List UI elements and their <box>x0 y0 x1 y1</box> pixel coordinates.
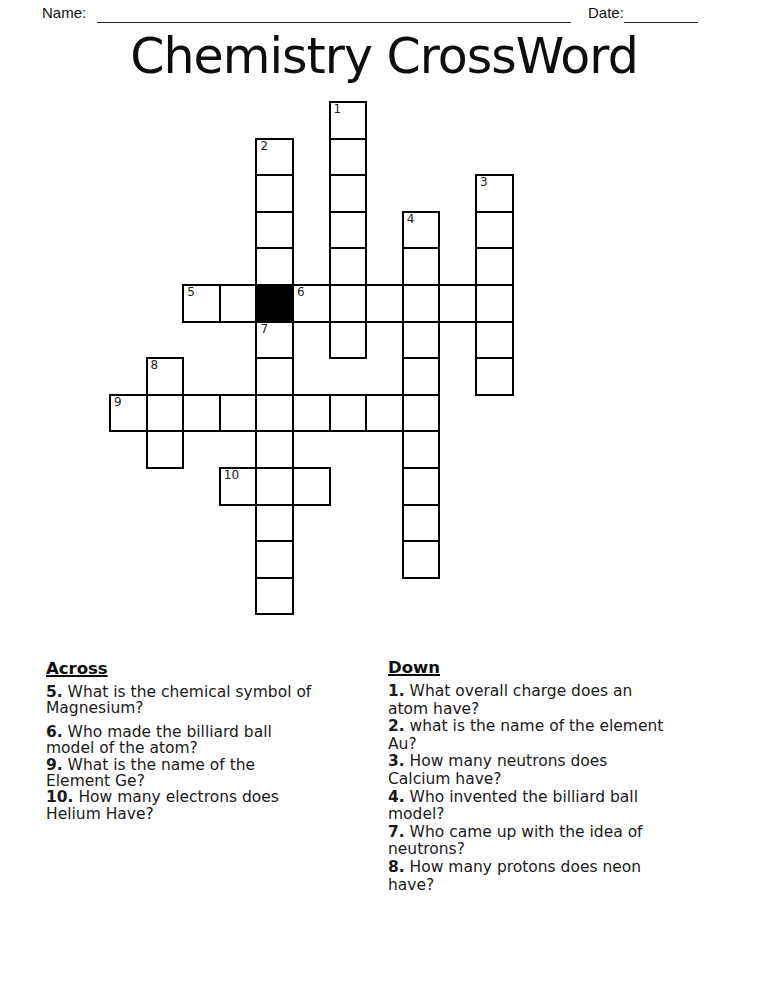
clue-text: How many neutrons does Calcium have? <box>388 752 607 788</box>
across-clues-section: Across 5. What is the chemical symbol of… <box>46 659 386 822</box>
clue-number: 2. <box>388 717 405 735</box>
grid-cell[interactable] <box>329 321 368 360</box>
clue-number: 1. <box>388 682 405 700</box>
clue-number-label: 2 <box>260 140 268 153</box>
grid-cell[interactable] <box>255 504 294 543</box>
grid-cell[interactable] <box>292 394 331 433</box>
grid-cell[interactable]: 8 <box>146 357 185 396</box>
grid-cell[interactable] <box>255 357 294 396</box>
grid-cell[interactable] <box>402 394 441 433</box>
grid-cell[interactable] <box>146 394 185 433</box>
clue-text: what is the name of the element Au? <box>388 717 663 753</box>
clue-number-label: 10 <box>224 469 239 482</box>
down-clue: 7. Who came up with the idea of neutrons… <box>388 824 728 859</box>
down-clue: 1. What overall charge does an atom have… <box>388 683 728 718</box>
grid-cell[interactable]: 6 <box>292 284 331 323</box>
clue-number: 9. <box>46 756 63 774</box>
clue-number: 8. <box>388 858 405 876</box>
grid-cell[interactable] <box>402 247 441 286</box>
grid-cell[interactable] <box>475 211 514 250</box>
grid-cell[interactable] <box>402 540 441 579</box>
down-heading: Down <box>388 658 728 677</box>
black-cell <box>255 284 294 323</box>
across-heading: Across <box>46 659 386 678</box>
grid-cell[interactable]: 4 <box>402 211 441 250</box>
grid-cell[interactable] <box>255 211 294 250</box>
across-clue: 10. How many electrons does Helium Have? <box>46 789 386 822</box>
page-title: Chemistry CrossWord <box>0 28 768 86</box>
grid-cell[interactable] <box>255 430 294 469</box>
down-clue: 8. How many protons does neon have? <box>388 859 728 894</box>
down-clue: 2. what is the name of the element Au? <box>388 718 728 753</box>
grid-cell[interactable] <box>146 430 185 469</box>
grid-cell[interactable] <box>475 247 514 286</box>
grid-cell[interactable]: 5 <box>182 284 221 323</box>
clue-text: Who made the billiard ball model of the … <box>46 723 272 757</box>
grid-cell[interactable] <box>475 357 514 396</box>
clue-text: Who invented the billiard ball model? <box>388 788 638 824</box>
clue-number-label: 3 <box>480 176 488 189</box>
worksheet-page: Name: Date: Chemistry CrossWord 12345678… <box>0 0 768 994</box>
grid-cell[interactable] <box>219 394 258 433</box>
grid-cell[interactable]: 2 <box>255 138 294 177</box>
grid-cell[interactable]: 9 <box>109 394 148 433</box>
clue-text: What is the name of the Element Ge? <box>46 756 255 790</box>
name-label: Name: <box>42 4 86 21</box>
clue-number: 3. <box>388 752 405 770</box>
grid-cell[interactable] <box>329 174 368 213</box>
down-clue: 4. Who invented the billiard ball model? <box>388 789 728 824</box>
grid-cell[interactable] <box>402 357 441 396</box>
clue-number-label: 7 <box>260 323 268 336</box>
clue-number-label: 6 <box>297 286 305 299</box>
down-clue: 3. How many neutrons does Calcium have? <box>388 753 728 788</box>
clue-text: What overall charge does an atom have? <box>388 682 632 718</box>
down-clue-list: 1. What overall charge does an atom have… <box>388 683 728 894</box>
grid-cell[interactable] <box>475 284 514 323</box>
grid-cell[interactable] <box>329 138 368 177</box>
grid-cell[interactable] <box>329 284 368 323</box>
grid-cell[interactable] <box>365 284 404 323</box>
grid-cell[interactable] <box>329 394 368 433</box>
grid-cell[interactable] <box>219 284 258 323</box>
grid-cell[interactable]: 3 <box>475 174 514 213</box>
down-clues-section: Down 1. What overall charge does an atom… <box>388 658 728 894</box>
clue-text: What is the chemical symbol of Magnesium… <box>46 683 311 717</box>
grid-cell[interactable] <box>255 394 294 433</box>
clue-number: 6. <box>46 723 63 741</box>
clue-text: How many electrons does Helium Have? <box>46 788 279 822</box>
clue-number-label: 1 <box>334 103 342 116</box>
grid-cell[interactable] <box>329 247 368 286</box>
across-clue: 6. Who made the billiard ball model of t… <box>46 724 386 757</box>
grid-cell[interactable]: 10 <box>219 467 258 506</box>
grid-cell[interactable] <box>402 467 441 506</box>
clue-number: 5. <box>46 683 63 701</box>
grid-cell[interactable] <box>402 504 441 543</box>
grid-cell[interactable] <box>365 394 404 433</box>
clue-number-label: 5 <box>187 286 195 299</box>
header-row: Name: Date: <box>0 3 768 27</box>
grid-cell[interactable]: 1 <box>329 101 368 140</box>
grid-cell[interactable] <box>292 467 331 506</box>
crossword-grid: 12345678910 <box>109 101 514 616</box>
grid-cell[interactable] <box>329 211 368 250</box>
grid-cell[interactable] <box>182 394 221 433</box>
grid-cell[interactable] <box>255 467 294 506</box>
grid-cell[interactable] <box>255 577 294 616</box>
grid-cell[interactable] <box>255 540 294 579</box>
grid-cell[interactable] <box>402 321 441 360</box>
grid-cell[interactable] <box>255 174 294 213</box>
clue-text: Who came up with the idea of neutrons? <box>388 823 643 859</box>
grid-cell[interactable] <box>255 247 294 286</box>
clue-number: 10. <box>46 788 73 806</box>
clue-number-label: 9 <box>114 396 122 409</box>
date-input-line[interactable] <box>624 3 698 23</box>
name-input-line[interactable] <box>97 3 571 23</box>
across-clue-list: 5. What is the chemical symbol of Magnes… <box>46 684 386 822</box>
grid-cell[interactable] <box>402 430 441 469</box>
grid-cell[interactable] <box>402 284 441 323</box>
clue-text: How many protons does neon have? <box>388 858 641 894</box>
date-label: Date: <box>588 4 624 21</box>
clue-number-label: 8 <box>151 359 159 372</box>
grid-cell[interactable]: 7 <box>255 321 294 360</box>
clue-number: 4. <box>388 788 405 806</box>
clue-number: 7. <box>388 823 405 841</box>
across-clue: 5. What is the chemical symbol of Magnes… <box>46 684 386 717</box>
across-clue: 9. What is the name of the Element Ge? <box>46 757 386 790</box>
grid-cell[interactable] <box>475 321 514 360</box>
grid-cell[interactable] <box>438 284 477 323</box>
clue-number-label: 4 <box>407 213 415 226</box>
